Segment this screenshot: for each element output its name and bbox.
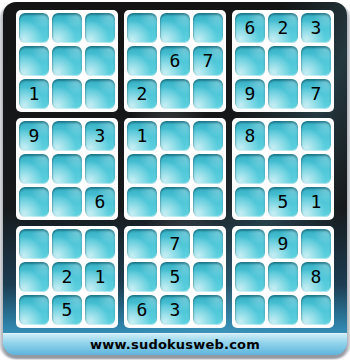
cell-r9c4[interactable]: 6 (127, 295, 157, 325)
cell-r9c2[interactable]: 5 (52, 295, 82, 325)
cell-r3c6[interactable] (193, 79, 223, 109)
cell-r4c3[interactable]: 3 (85, 121, 115, 151)
box-3-1: 215 (16, 226, 118, 328)
cell-r3c8[interactable] (268, 79, 298, 109)
cell-r5c1[interactable] (19, 154, 49, 184)
cell-r8c5[interactable]: 5 (160, 262, 190, 292)
cell-r8c2[interactable]: 2 (52, 262, 82, 292)
cell-r6c6[interactable] (193, 187, 223, 217)
cell-r3c4[interactable]: 2 (127, 79, 157, 109)
cell-r7c2[interactable] (52, 229, 82, 259)
cell-r2c8[interactable] (268, 46, 298, 76)
cell-r3c5[interactable] (160, 79, 190, 109)
box-1-2: 672 (124, 10, 226, 112)
cell-r9c1[interactable] (19, 295, 49, 325)
cell-r2c6[interactable]: 7 (193, 46, 223, 76)
cell-r8c3[interactable]: 1 (85, 262, 115, 292)
cell-r1c1[interactable] (19, 13, 49, 43)
sudoku-grid: 1672623979361851215756398 (16, 10, 334, 328)
cell-r1c2[interactable] (52, 13, 82, 43)
cell-r5c7[interactable] (235, 154, 265, 184)
cell-r5c2[interactable] (52, 154, 82, 184)
cell-r6c3[interactable]: 6 (85, 187, 115, 217)
cell-r1c8[interactable]: 2 (268, 13, 298, 43)
cell-r4c2[interactable] (52, 121, 82, 151)
cell-r2c3[interactable] (85, 46, 115, 76)
cell-r3c9[interactable]: 7 (301, 79, 331, 109)
cell-r4c6[interactable] (193, 121, 223, 151)
cell-r2c1[interactable] (19, 46, 49, 76)
cell-r2c2[interactable] (52, 46, 82, 76)
cell-r9c7[interactable] (235, 295, 265, 325)
cell-r4c7[interactable]: 8 (235, 121, 265, 151)
cell-r7c1[interactable] (19, 229, 49, 259)
cell-r7c9[interactable] (301, 229, 331, 259)
cell-r4c9[interactable] (301, 121, 331, 151)
cell-r5c6[interactable] (193, 154, 223, 184)
cell-r1c3[interactable] (85, 13, 115, 43)
cell-r9c6[interactable] (193, 295, 223, 325)
sudoku-board: 1672623979361851215756398 www.sudokusweb… (3, 2, 347, 355)
cell-r7c7[interactable] (235, 229, 265, 259)
cell-r8c8[interactable] (268, 262, 298, 292)
cell-r9c9[interactable] (301, 295, 331, 325)
cell-r8c6[interactable] (193, 262, 223, 292)
cell-r1c5[interactable] (160, 13, 190, 43)
cell-r5c8[interactable] (268, 154, 298, 184)
box-2-3: 851 (232, 118, 334, 220)
box-3-2: 7563 (124, 226, 226, 328)
cell-r6c1[interactable] (19, 187, 49, 217)
cell-r1c6[interactable] (193, 13, 223, 43)
cell-r7c8[interactable]: 9 (268, 229, 298, 259)
cell-r4c8[interactable] (268, 121, 298, 151)
cell-r2c7[interactable] (235, 46, 265, 76)
cell-r9c3[interactable] (85, 295, 115, 325)
cell-r9c5[interactable]: 3 (160, 295, 190, 325)
cell-r4c1[interactable]: 9 (19, 121, 49, 151)
cell-r1c4[interactable] (127, 13, 157, 43)
cell-r7c5[interactable]: 7 (160, 229, 190, 259)
box-2-2: 1 (124, 118, 226, 220)
cell-r1c7[interactable]: 6 (235, 13, 265, 43)
site-url-text: www.sudokusweb.com (90, 337, 260, 352)
cell-r1c9[interactable]: 3 (301, 13, 331, 43)
cell-r7c4[interactable] (127, 229, 157, 259)
board-area: 1672623979361851215756398 (3, 2, 347, 333)
box-1-1: 1 (16, 10, 118, 112)
cell-r2c4[interactable] (127, 46, 157, 76)
cell-r3c1[interactable]: 1 (19, 79, 49, 109)
cell-r6c5[interactable] (160, 187, 190, 217)
cell-r5c5[interactable] (160, 154, 190, 184)
cell-r5c4[interactable] (127, 154, 157, 184)
cell-r4c5[interactable] (160, 121, 190, 151)
cell-r7c6[interactable] (193, 229, 223, 259)
footer-bar: www.sudokusweb.com (3, 333, 347, 355)
cell-r6c2[interactable] (52, 187, 82, 217)
cell-r4c4[interactable]: 1 (127, 121, 157, 151)
cell-r9c8[interactable] (268, 295, 298, 325)
cell-r6c8[interactable]: 5 (268, 187, 298, 217)
cell-r8c4[interactable] (127, 262, 157, 292)
cell-r6c9[interactable]: 1 (301, 187, 331, 217)
cell-r8c1[interactable] (19, 262, 49, 292)
box-2-1: 936 (16, 118, 118, 220)
box-3-3: 98 (232, 226, 334, 328)
cell-r3c7[interactable]: 9 (235, 79, 265, 109)
cell-r5c3[interactable] (85, 154, 115, 184)
cell-r3c3[interactable] (85, 79, 115, 109)
cell-r6c7[interactable] (235, 187, 265, 217)
cell-r2c5[interactable]: 6 (160, 46, 190, 76)
box-1-3: 62397 (232, 10, 334, 112)
cell-r6c4[interactable] (127, 187, 157, 217)
cell-r7c3[interactable] (85, 229, 115, 259)
cell-r2c9[interactable] (301, 46, 331, 76)
cell-r3c2[interactable] (52, 79, 82, 109)
cell-r5c9[interactable] (301, 154, 331, 184)
cell-r8c7[interactable] (235, 262, 265, 292)
cell-r8c9[interactable]: 8 (301, 262, 331, 292)
